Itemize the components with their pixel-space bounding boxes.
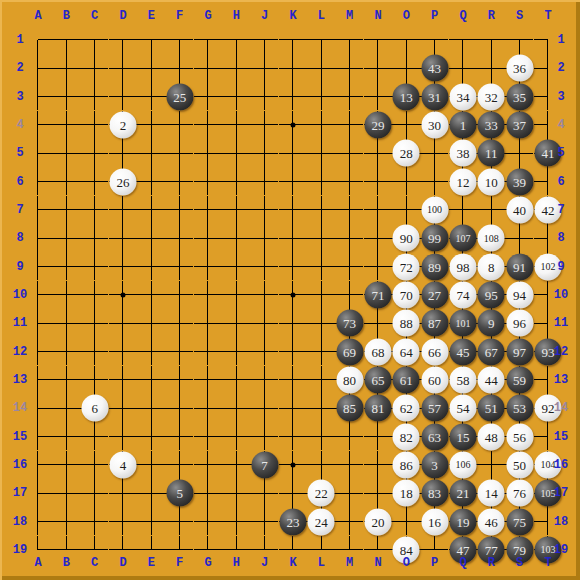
- intersection-P4[interactable]: 30: [420, 111, 448, 139]
- intersection-O15[interactable]: 82: [392, 422, 420, 450]
- intersection-N15[interactable]: [364, 422, 392, 450]
- stone-white-O14[interactable]: 62: [393, 395, 420, 422]
- intersection-F10[interactable]: [165, 281, 193, 309]
- intersection-G8[interactable]: [194, 224, 222, 252]
- intersection-A10[interactable]: [24, 281, 52, 309]
- intersection-S9[interactable]: 91: [505, 252, 533, 280]
- intersection-J4[interactable]: [250, 111, 278, 139]
- intersection-L1[interactable]: [307, 26, 335, 54]
- intersection-R6[interactable]: 10: [477, 167, 505, 195]
- intersection-D9[interactable]: [109, 252, 137, 280]
- stone-black-F3[interactable]: 25: [166, 83, 193, 110]
- stone-black-O3[interactable]: 13: [393, 83, 420, 110]
- intersection-Q1[interactable]: [449, 26, 477, 54]
- stone-black-P16[interactable]: 3: [421, 451, 448, 478]
- intersection-O11[interactable]: 88: [392, 309, 420, 337]
- intersection-A3[interactable]: [24, 82, 52, 110]
- stone-black-R14[interactable]: 51: [478, 395, 505, 422]
- intersection-M6[interactable]: [335, 167, 363, 195]
- stone-black-R12[interactable]: 67: [478, 338, 505, 365]
- intersection-R3[interactable]: 32: [477, 82, 505, 110]
- intersection-M16[interactable]: [335, 451, 363, 479]
- intersection-D10[interactable]: [109, 281, 137, 309]
- intersection-M13[interactable]: 80: [335, 366, 363, 394]
- intersection-F2[interactable]: [165, 54, 193, 82]
- intersection-D8[interactable]: [109, 224, 137, 252]
- stone-white-O8[interactable]: 90: [393, 225, 420, 252]
- intersection-R10[interactable]: 95: [477, 281, 505, 309]
- intersection-N18[interactable]: 20: [364, 507, 392, 535]
- intersection-N2[interactable]: [364, 54, 392, 82]
- intersection-N4[interactable]: 29: [364, 111, 392, 139]
- intersection-Q11[interactable]: 101: [449, 309, 477, 337]
- intersection-S1[interactable]: [505, 26, 533, 54]
- intersection-L16[interactable]: [307, 451, 335, 479]
- stone-white-R6[interactable]: 10: [478, 168, 505, 195]
- intersection-L10[interactable]: [307, 281, 335, 309]
- stone-white-D4[interactable]: 2: [109, 111, 136, 138]
- intersection-G15[interactable]: [194, 422, 222, 450]
- intersection-H2[interactable]: [222, 54, 250, 82]
- intersection-D6[interactable]: 26: [109, 167, 137, 195]
- stone-black-N13[interactable]: 65: [364, 366, 391, 393]
- intersection-S8[interactable]: [505, 224, 533, 252]
- stone-white-O10[interactable]: 70: [393, 281, 420, 308]
- stone-white-S2[interactable]: 36: [506, 55, 533, 82]
- intersection-C4[interactable]: [80, 111, 108, 139]
- intersection-K18[interactable]: 23: [279, 507, 307, 535]
- stone-white-R18[interactable]: 46: [478, 508, 505, 535]
- intersection-P15[interactable]: 63: [420, 422, 448, 450]
- intersection-F14[interactable]: [165, 394, 193, 422]
- stone-white-O17[interactable]: 18: [393, 480, 420, 507]
- stone-black-S12[interactable]: 97: [506, 338, 533, 365]
- intersection-E18[interactable]: [137, 507, 165, 535]
- stone-white-P13[interactable]: 60: [421, 366, 448, 393]
- intersection-A5[interactable]: [24, 139, 52, 167]
- stone-black-N4[interactable]: 29: [364, 111, 391, 138]
- intersection-K5[interactable]: [279, 139, 307, 167]
- intersection-N9[interactable]: [364, 252, 392, 280]
- stone-black-P17[interactable]: 83: [421, 480, 448, 507]
- intersection-R7[interactable]: [477, 196, 505, 224]
- intersection-G6[interactable]: [194, 167, 222, 195]
- stone-white-D16[interactable]: 4: [109, 451, 136, 478]
- intersection-B18[interactable]: [52, 507, 80, 535]
- intersection-A9[interactable]: [24, 252, 52, 280]
- intersection-B3[interactable]: [52, 82, 80, 110]
- intersection-P6[interactable]: [420, 167, 448, 195]
- intersection-L12[interactable]: [307, 337, 335, 365]
- stone-black-F17[interactable]: 5: [166, 480, 193, 507]
- intersection-B10[interactable]: [52, 281, 80, 309]
- intersection-J2[interactable]: [250, 54, 278, 82]
- intersection-R9[interactable]: 8: [477, 252, 505, 280]
- intersection-C17[interactable]: [80, 479, 108, 507]
- intersection-O17[interactable]: 18: [392, 479, 420, 507]
- stone-black-N14[interactable]: 81: [364, 395, 391, 422]
- intersection-A18[interactable]: [24, 507, 52, 535]
- intersection-R12[interactable]: 67: [477, 337, 505, 365]
- intersection-A8[interactable]: [24, 224, 52, 252]
- intersection-E11[interactable]: [137, 309, 165, 337]
- intersection-B17[interactable]: [52, 479, 80, 507]
- intersection-Q2[interactable]: [449, 54, 477, 82]
- intersection-J14[interactable]: [250, 394, 278, 422]
- stone-black-P3[interactable]: 31: [421, 83, 448, 110]
- intersection-F5[interactable]: [165, 139, 193, 167]
- intersection-P11[interactable]: 87: [420, 309, 448, 337]
- intersection-O9[interactable]: 72: [392, 252, 420, 280]
- intersection-L2[interactable]: [307, 54, 335, 82]
- stone-white-C14[interactable]: 6: [81, 395, 108, 422]
- intersection-P16[interactable]: 3: [420, 451, 448, 479]
- intersection-H8[interactable]: [222, 224, 250, 252]
- intersection-C8[interactable]: [80, 224, 108, 252]
- stone-black-Q15[interactable]: 15: [449, 423, 476, 450]
- stone-black-Q11[interactable]: 101: [449, 310, 476, 337]
- stone-black-P15[interactable]: 63: [421, 423, 448, 450]
- intersection-H6[interactable]: [222, 167, 250, 195]
- intersection-L14[interactable]: [307, 394, 335, 422]
- intersection-P7[interactable]: 100: [420, 196, 448, 224]
- intersection-K7[interactable]: [279, 196, 307, 224]
- intersection-M12[interactable]: 69: [335, 337, 363, 365]
- stone-white-O9[interactable]: 72: [393, 253, 420, 280]
- intersection-H5[interactable]: [222, 139, 250, 167]
- intersection-G17[interactable]: [194, 479, 222, 507]
- intersection-A2[interactable]: [24, 54, 52, 82]
- intersection-Q12[interactable]: 45: [449, 337, 477, 365]
- intersection-E1[interactable]: [137, 26, 165, 54]
- intersection-D17[interactable]: [109, 479, 137, 507]
- intersection-F11[interactable]: [165, 309, 193, 337]
- stone-white-S17[interactable]: 76: [506, 480, 533, 507]
- intersection-A16[interactable]: [24, 451, 52, 479]
- stone-white-Q6[interactable]: 12: [449, 168, 476, 195]
- intersection-N3[interactable]: [364, 82, 392, 110]
- intersection-G9[interactable]: [194, 252, 222, 280]
- intersection-S2[interactable]: 36: [505, 54, 533, 82]
- intersection-J13[interactable]: [250, 366, 278, 394]
- stone-black-N10[interactable]: 71: [364, 281, 391, 308]
- intersection-K13[interactable]: [279, 366, 307, 394]
- stone-white-O11[interactable]: 88: [393, 310, 420, 337]
- intersection-A17[interactable]: [24, 479, 52, 507]
- stone-white-Q3[interactable]: 34: [449, 83, 476, 110]
- intersection-D13[interactable]: [109, 366, 137, 394]
- intersection-C6[interactable]: [80, 167, 108, 195]
- intersection-S7[interactable]: 40: [505, 196, 533, 224]
- stone-black-O13[interactable]: 61: [393, 366, 420, 393]
- intersection-F18[interactable]: [165, 507, 193, 535]
- stone-white-L18[interactable]: 24: [308, 508, 335, 535]
- intersection-F15[interactable]: [165, 422, 193, 450]
- intersection-S6[interactable]: 39: [505, 167, 533, 195]
- intersection-E7[interactable]: [137, 196, 165, 224]
- intersection-M2[interactable]: [335, 54, 363, 82]
- intersection-R17[interactable]: 14: [477, 479, 505, 507]
- intersection-O13[interactable]: 61: [392, 366, 420, 394]
- intersection-D15[interactable]: [109, 422, 137, 450]
- intersection-G4[interactable]: [194, 111, 222, 139]
- intersection-F6[interactable]: [165, 167, 193, 195]
- intersection-A12[interactable]: [24, 337, 52, 365]
- intersection-C9[interactable]: [80, 252, 108, 280]
- intersection-B15[interactable]: [52, 422, 80, 450]
- intersection-O3[interactable]: 13: [392, 82, 420, 110]
- intersection-K8[interactable]: [279, 224, 307, 252]
- stone-black-S4[interactable]: 37: [506, 111, 533, 138]
- intersection-F7[interactable]: [165, 196, 193, 224]
- intersection-L5[interactable]: [307, 139, 335, 167]
- intersection-D7[interactable]: [109, 196, 137, 224]
- intersection-Q15[interactable]: 15: [449, 422, 477, 450]
- stone-white-P7[interactable]: 100: [421, 196, 448, 223]
- intersection-E2[interactable]: [137, 54, 165, 82]
- intersection-G2[interactable]: [194, 54, 222, 82]
- intersection-M8[interactable]: [335, 224, 363, 252]
- stone-black-S18[interactable]: 75: [506, 508, 533, 535]
- intersection-A6[interactable]: [24, 167, 52, 195]
- intersection-J18[interactable]: [250, 507, 278, 535]
- intersection-P17[interactable]: 83: [420, 479, 448, 507]
- intersection-S14[interactable]: 53: [505, 394, 533, 422]
- intersection-M14[interactable]: 85: [335, 394, 363, 422]
- intersection-N14[interactable]: 81: [364, 394, 392, 422]
- intersection-L9[interactable]: [307, 252, 335, 280]
- intersection-E4[interactable]: [137, 111, 165, 139]
- intersection-C3[interactable]: [80, 82, 108, 110]
- intersection-S13[interactable]: 59: [505, 366, 533, 394]
- intersection-M17[interactable]: [335, 479, 363, 507]
- intersection-J1[interactable]: [250, 26, 278, 54]
- intersection-E14[interactable]: [137, 394, 165, 422]
- intersection-L11[interactable]: [307, 309, 335, 337]
- intersection-N8[interactable]: [364, 224, 392, 252]
- intersection-Q3[interactable]: 34: [449, 82, 477, 110]
- stone-white-P4[interactable]: 30: [421, 111, 448, 138]
- intersection-F8[interactable]: [165, 224, 193, 252]
- intersection-Q10[interactable]: 74: [449, 281, 477, 309]
- intersection-B16[interactable]: [52, 451, 80, 479]
- stone-white-M13[interactable]: 80: [336, 366, 363, 393]
- intersection-R1[interactable]: [477, 26, 505, 54]
- intersection-S5[interactable]: [505, 139, 533, 167]
- stone-white-R3[interactable]: 32: [478, 83, 505, 110]
- intersection-C1[interactable]: [80, 26, 108, 54]
- intersection-B6[interactable]: [52, 167, 80, 195]
- intersection-M18[interactable]: [335, 507, 363, 535]
- intersection-O4[interactable]: [392, 111, 420, 139]
- intersection-G12[interactable]: [194, 337, 222, 365]
- intersection-P14[interactable]: 57: [420, 394, 448, 422]
- intersection-E9[interactable]: [137, 252, 165, 280]
- intersection-D11[interactable]: [109, 309, 137, 337]
- stone-white-S7[interactable]: 40: [506, 196, 533, 223]
- intersection-A1[interactable]: [24, 26, 52, 54]
- intersection-P5[interactable]: [420, 139, 448, 167]
- stone-black-P2[interactable]: 43: [421, 55, 448, 82]
- intersection-K11[interactable]: [279, 309, 307, 337]
- intersection-E13[interactable]: [137, 366, 165, 394]
- intersection-F12[interactable]: [165, 337, 193, 365]
- intersection-G1[interactable]: [194, 26, 222, 54]
- intersection-L8[interactable]: [307, 224, 335, 252]
- intersection-H11[interactable]: [222, 309, 250, 337]
- intersection-M3[interactable]: [335, 82, 363, 110]
- intersection-B8[interactable]: [52, 224, 80, 252]
- intersection-G13[interactable]: [194, 366, 222, 394]
- intersection-D16[interactable]: 4: [109, 451, 137, 479]
- intersection-E3[interactable]: [137, 82, 165, 110]
- intersection-R15[interactable]: 48: [477, 422, 505, 450]
- stone-black-Q12[interactable]: 45: [449, 338, 476, 365]
- intersection-O14[interactable]: 62: [392, 394, 420, 422]
- intersection-F3[interactable]: 25: [165, 82, 193, 110]
- intersection-A14[interactable]: [24, 394, 52, 422]
- stone-black-J16[interactable]: 7: [251, 451, 278, 478]
- intersection-B5[interactable]: [52, 139, 80, 167]
- intersection-R5[interactable]: 11: [477, 139, 505, 167]
- intersection-L17[interactable]: 22: [307, 479, 335, 507]
- intersection-B2[interactable]: [52, 54, 80, 82]
- intersection-F16[interactable]: [165, 451, 193, 479]
- intersection-K2[interactable]: [279, 54, 307, 82]
- intersection-R18[interactable]: 46: [477, 507, 505, 535]
- intersection-N12[interactable]: 68: [364, 337, 392, 365]
- stone-white-Q9[interactable]: 98: [449, 253, 476, 280]
- intersection-S3[interactable]: 35: [505, 82, 533, 110]
- intersection-H16[interactable]: [222, 451, 250, 479]
- intersection-F9[interactable]: [165, 252, 193, 280]
- intersection-Q4[interactable]: 1: [449, 111, 477, 139]
- intersection-J15[interactable]: [250, 422, 278, 450]
- stone-black-K18[interactable]: 23: [279, 508, 306, 535]
- stone-black-M11[interactable]: 73: [336, 310, 363, 337]
- intersection-N13[interactable]: 65: [364, 366, 392, 394]
- stone-white-Q5[interactable]: 38: [449, 140, 476, 167]
- intersection-Q14[interactable]: 54: [449, 394, 477, 422]
- intersection-J9[interactable]: [250, 252, 278, 280]
- intersection-K16[interactable]: [279, 451, 307, 479]
- intersection-S4[interactable]: 37: [505, 111, 533, 139]
- intersection-C15[interactable]: [80, 422, 108, 450]
- intersection-J11[interactable]: [250, 309, 278, 337]
- intersection-S11[interactable]: 96: [505, 309, 533, 337]
- stone-black-P10[interactable]: 27: [421, 281, 448, 308]
- stone-black-R11[interactable]: 9: [478, 310, 505, 337]
- intersection-M7[interactable]: [335, 196, 363, 224]
- intersection-J17[interactable]: [250, 479, 278, 507]
- intersection-C14[interactable]: 6: [80, 394, 108, 422]
- intersection-H3[interactable]: [222, 82, 250, 110]
- intersection-P12[interactable]: 66: [420, 337, 448, 365]
- intersection-A4[interactable]: [24, 111, 52, 139]
- intersection-K4[interactable]: [279, 111, 307, 139]
- intersection-H15[interactable]: [222, 422, 250, 450]
- stone-white-R13[interactable]: 44: [478, 366, 505, 393]
- intersection-P13[interactable]: 60: [420, 366, 448, 394]
- intersection-G10[interactable]: [194, 281, 222, 309]
- intersection-N7[interactable]: [364, 196, 392, 224]
- intersection-P18[interactable]: 16: [420, 507, 448, 535]
- stone-black-Q18[interactable]: 19: [449, 508, 476, 535]
- intersection-O2[interactable]: [392, 54, 420, 82]
- intersection-O10[interactable]: 70: [392, 281, 420, 309]
- intersection-B11[interactable]: [52, 309, 80, 337]
- intersection-G7[interactable]: [194, 196, 222, 224]
- stone-white-O12[interactable]: 64: [393, 338, 420, 365]
- intersection-L3[interactable]: [307, 82, 335, 110]
- intersection-Q18[interactable]: 19: [449, 507, 477, 535]
- intersection-L13[interactable]: [307, 366, 335, 394]
- stone-white-R8[interactable]: 108: [478, 225, 505, 252]
- intersection-H10[interactable]: [222, 281, 250, 309]
- intersection-E6[interactable]: [137, 167, 165, 195]
- stone-black-S14[interactable]: 53: [506, 395, 533, 422]
- intersection-B7[interactable]: [52, 196, 80, 224]
- intersection-Q16[interactable]: 106: [449, 451, 477, 479]
- intersection-P1[interactable]: [420, 26, 448, 54]
- intersection-C16[interactable]: [80, 451, 108, 479]
- intersection-M5[interactable]: [335, 139, 363, 167]
- intersection-P10[interactable]: 27: [420, 281, 448, 309]
- intersection-K9[interactable]: [279, 252, 307, 280]
- stone-white-Q14[interactable]: 54: [449, 395, 476, 422]
- intersection-H1[interactable]: [222, 26, 250, 54]
- stone-white-S10[interactable]: 94: [506, 281, 533, 308]
- stone-black-R10[interactable]: 95: [478, 281, 505, 308]
- stone-black-P9[interactable]: 89: [421, 253, 448, 280]
- intersection-J16[interactable]: 7: [250, 451, 278, 479]
- stone-black-P14[interactable]: 57: [421, 395, 448, 422]
- intersection-M1[interactable]: [335, 26, 363, 54]
- stone-white-N12[interactable]: 68: [364, 338, 391, 365]
- intersection-A7[interactable]: [24, 196, 52, 224]
- stone-black-R5[interactable]: 11: [478, 140, 505, 167]
- intersection-D12[interactable]: [109, 337, 137, 365]
- stone-black-S6[interactable]: 39: [506, 168, 533, 195]
- intersection-S10[interactable]: 94: [505, 281, 533, 309]
- intersection-E8[interactable]: [137, 224, 165, 252]
- stone-black-P8[interactable]: 99: [421, 225, 448, 252]
- intersection-K6[interactable]: [279, 167, 307, 195]
- intersection-Q9[interactable]: 98: [449, 252, 477, 280]
- intersection-Q8[interactable]: 107: [449, 224, 477, 252]
- intersection-N6[interactable]: [364, 167, 392, 195]
- intersection-J3[interactable]: [250, 82, 278, 110]
- intersection-C13[interactable]: [80, 366, 108, 394]
- intersection-S15[interactable]: 56: [505, 422, 533, 450]
- stone-white-D6[interactable]: 26: [109, 168, 136, 195]
- intersection-F1[interactable]: [165, 26, 193, 54]
- intersection-P3[interactable]: 31: [420, 82, 448, 110]
- intersection-S16[interactable]: 50: [505, 451, 533, 479]
- stone-black-M14[interactable]: 85: [336, 395, 363, 422]
- intersection-H12[interactable]: [222, 337, 250, 365]
- intersection-Q5[interactable]: 38: [449, 139, 477, 167]
- intersection-C5[interactable]: [80, 139, 108, 167]
- intersection-J8[interactable]: [250, 224, 278, 252]
- intersection-R14[interactable]: 51: [477, 394, 505, 422]
- intersection-S18[interactable]: 75: [505, 507, 533, 535]
- intersection-B4[interactable]: [52, 111, 80, 139]
- intersection-H4[interactable]: [222, 111, 250, 139]
- intersection-C18[interactable]: [80, 507, 108, 535]
- intersection-S17[interactable]: 76: [505, 479, 533, 507]
- intersection-E12[interactable]: [137, 337, 165, 365]
